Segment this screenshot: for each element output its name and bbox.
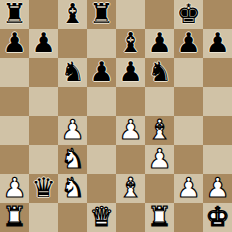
white-knight[interactable]: ♞ (60, 174, 84, 202)
square-g8[interactable]: ♚ (174, 0, 203, 29)
square-f4[interactable]: ♝ (145, 116, 174, 145)
square-f2[interactable] (145, 174, 174, 203)
square-g7[interactable]: ♟ (174, 29, 203, 58)
square-h3[interactable] (203, 145, 232, 174)
square-e6[interactable]: ♟ (116, 58, 145, 87)
white-rook[interactable]: ♜ (2, 203, 26, 231)
square-a4[interactable] (0, 116, 29, 145)
square-g3[interactable] (174, 145, 203, 174)
square-e5[interactable] (116, 87, 145, 116)
square-f3[interactable]: ♟ (145, 145, 174, 174)
square-f8[interactable] (145, 0, 174, 29)
square-d5[interactable] (87, 87, 116, 116)
chess-board: ♜♝♜♚♟♟♝♟♟♟♞♟♟♞♟♟♝♞♟♟♛♞♝♟♟♜♛♜♚ (0, 0, 232, 232)
white-king[interactable]: ♚ (205, 203, 229, 231)
white-pawn[interactable]: ♟ (2, 174, 26, 202)
square-d3[interactable] (87, 145, 116, 174)
black-rook[interactable]: ♜ (89, 0, 113, 28)
square-d4[interactable] (87, 116, 116, 145)
white-bishop[interactable]: ♝ (147, 116, 171, 144)
white-knight[interactable]: ♞ (60, 145, 84, 173)
square-g4[interactable] (174, 116, 203, 145)
square-a8[interactable]: ♜ (0, 0, 29, 29)
square-b3[interactable] (29, 145, 58, 174)
square-e1[interactable] (116, 203, 145, 232)
black-bishop[interactable]: ♝ (118, 29, 142, 57)
black-pawn[interactable]: ♟ (31, 29, 55, 57)
square-b1[interactable] (29, 203, 58, 232)
square-c2[interactable]: ♞ (58, 174, 87, 203)
black-bishop[interactable]: ♝ (60, 0, 84, 28)
square-h4[interactable] (203, 116, 232, 145)
square-h8[interactable] (203, 0, 232, 29)
white-queen[interactable]: ♛ (89, 203, 113, 231)
square-e8[interactable] (116, 0, 145, 29)
square-a6[interactable] (0, 58, 29, 87)
black-knight[interactable]: ♞ (147, 58, 171, 86)
square-f6[interactable]: ♞ (145, 58, 174, 87)
square-a2[interactable]: ♟ (0, 174, 29, 203)
black-pawn[interactable]: ♟ (147, 29, 171, 57)
square-c1[interactable] (58, 203, 87, 232)
square-c3[interactable]: ♞ (58, 145, 87, 174)
white-pawn[interactable]: ♟ (147, 145, 171, 173)
square-g6[interactable] (174, 58, 203, 87)
square-f7[interactable]: ♟ (145, 29, 174, 58)
square-e3[interactable] (116, 145, 145, 174)
square-b4[interactable] (29, 116, 58, 145)
square-b8[interactable] (29, 0, 58, 29)
square-d8[interactable]: ♜ (87, 0, 116, 29)
square-c7[interactable] (58, 29, 87, 58)
square-d2[interactable] (87, 174, 116, 203)
square-e7[interactable]: ♝ (116, 29, 145, 58)
white-pawn[interactable]: ♟ (176, 174, 200, 202)
square-b2[interactable]: ♛ (29, 174, 58, 203)
square-e2[interactable]: ♝ (116, 174, 145, 203)
black-pawn[interactable]: ♟ (118, 58, 142, 86)
black-queen[interactable]: ♛ (31, 174, 55, 202)
white-pawn[interactable]: ♟ (118, 116, 142, 144)
square-b7[interactable]: ♟ (29, 29, 58, 58)
black-rook[interactable]: ♜ (2, 0, 26, 28)
square-h2[interactable]: ♟ (203, 174, 232, 203)
black-pawn[interactable]: ♟ (176, 29, 200, 57)
square-c5[interactable] (58, 87, 87, 116)
square-d6[interactable]: ♟ (87, 58, 116, 87)
square-d7[interactable] (87, 29, 116, 58)
square-g1[interactable] (174, 203, 203, 232)
square-h6[interactable] (203, 58, 232, 87)
black-pawn[interactable]: ♟ (89, 58, 113, 86)
black-pawn[interactable]: ♟ (2, 29, 26, 57)
square-c6[interactable]: ♞ (58, 58, 87, 87)
square-c4[interactable]: ♟ (58, 116, 87, 145)
square-h7[interactable]: ♟ (203, 29, 232, 58)
square-a1[interactable]: ♜ (0, 203, 29, 232)
square-g5[interactable] (174, 87, 203, 116)
white-bishop[interactable]: ♝ (118, 174, 142, 202)
square-f1[interactable]: ♜ (145, 203, 174, 232)
square-a3[interactable] (0, 145, 29, 174)
black-knight[interactable]: ♞ (60, 58, 84, 86)
square-b5[interactable] (29, 87, 58, 116)
black-pawn[interactable]: ♟ (205, 29, 229, 57)
square-f5[interactable] (145, 87, 174, 116)
white-pawn[interactable]: ♟ (205, 174, 229, 202)
black-king[interactable]: ♚ (176, 0, 200, 28)
square-d1[interactable]: ♛ (87, 203, 116, 232)
square-g2[interactable]: ♟ (174, 174, 203, 203)
square-c8[interactable]: ♝ (58, 0, 87, 29)
white-pawn[interactable]: ♟ (60, 116, 84, 144)
square-a7[interactable]: ♟ (0, 29, 29, 58)
square-h5[interactable] (203, 87, 232, 116)
square-e4[interactable]: ♟ (116, 116, 145, 145)
square-a5[interactable] (0, 87, 29, 116)
white-rook[interactable]: ♜ (147, 203, 171, 231)
square-b6[interactable] (29, 58, 58, 87)
square-h1[interactable]: ♚ (203, 203, 232, 232)
